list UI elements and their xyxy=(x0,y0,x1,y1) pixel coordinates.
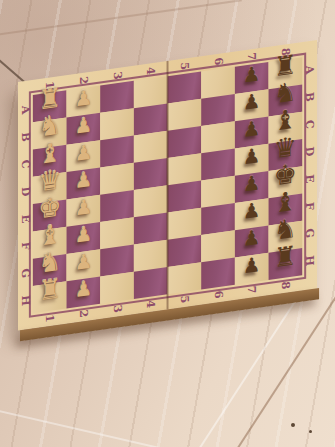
scene: 12345678 12345678 ABCDEFGH ABCDEFGH ♜♟♟♜… xyxy=(0,0,335,447)
floor-plank-seam-bottom-right xyxy=(236,293,335,447)
square-h5[interactable] xyxy=(168,262,202,294)
chess-board: 12345678 12345678 ABCDEFGH ABCDEFGH ♜♟♟♜… xyxy=(18,40,317,343)
floor-plank-line-top xyxy=(0,0,242,36)
square-h2[interactable]: ♟ xyxy=(67,276,101,308)
square-h1[interactable]: ♜ xyxy=(33,281,67,313)
board-frame: 12345678 12345678 ABCDEFGH ABCDEFGH ♜♟♟♜… xyxy=(18,40,317,330)
file-labels-left: ABCDEFGH xyxy=(18,95,33,315)
file-labels-right: ABCDEFGH xyxy=(302,55,317,275)
floor-plank-streak-bottom-left xyxy=(0,406,206,447)
square-h3[interactable] xyxy=(100,272,134,304)
square-h6[interactable] xyxy=(201,258,235,290)
floor-speck xyxy=(291,423,295,427)
piece-black-rook-h8[interactable]: ♜ xyxy=(269,241,303,273)
square-h4[interactable] xyxy=(134,267,168,299)
floor-plank-highlight-bottom-right xyxy=(196,293,301,447)
piece-black-pawn-h7[interactable]: ♟ xyxy=(235,250,269,282)
square-h7[interactable]: ♟ xyxy=(235,253,269,285)
floor-speck xyxy=(309,430,312,433)
board-fold-seam xyxy=(167,61,169,310)
piece-white-rook-h1[interactable]: ♜ xyxy=(33,274,67,306)
square-h8[interactable]: ♜ xyxy=(269,248,303,280)
piece-white-pawn-h2[interactable]: ♟ xyxy=(67,273,101,305)
